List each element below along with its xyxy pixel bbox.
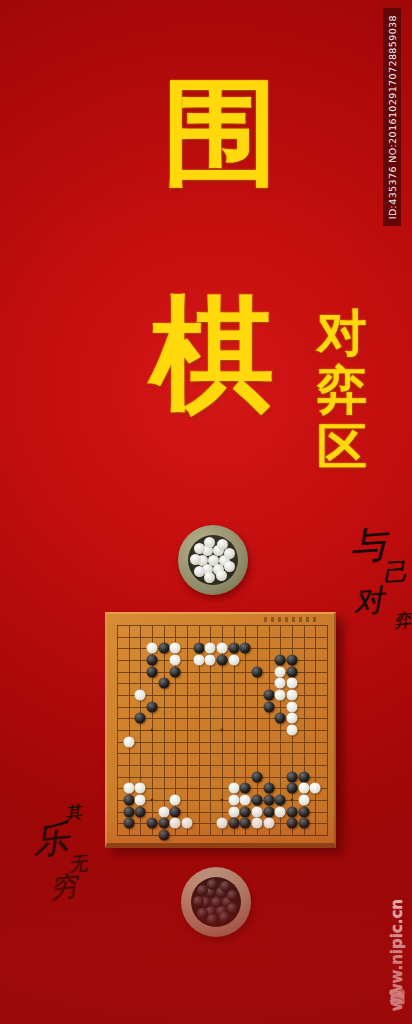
black-bowl-stone — [193, 896, 204, 907]
white-stone[interactable] — [228, 655, 239, 666]
white-stone[interactable] — [170, 643, 181, 654]
go-poster: ID:435376 NO:20161029170728859038 围 棋 对 … — [0, 0, 412, 1024]
black-stone[interactable] — [123, 818, 134, 829]
go-board[interactable] — [105, 612, 336, 848]
site-watermark: 昵享网 www.nipic.cn — [384, 748, 410, 1016]
white-stone[interactable] — [310, 783, 321, 794]
white-bowl-stone — [224, 548, 235, 559]
black-stone[interactable] — [287, 666, 298, 677]
black-stone[interactable] — [263, 795, 274, 806]
black-bowl-stone — [219, 912, 230, 923]
black-bowl-stone — [227, 903, 238, 914]
black-stone[interactable] — [275, 713, 286, 724]
black-stone[interactable] — [287, 771, 298, 782]
white-stone[interactable] — [275, 678, 286, 689]
white-stone[interactable] — [228, 795, 239, 806]
black-stone[interactable] — [158, 818, 169, 829]
star-point — [291, 799, 294, 802]
title-char-qi: 棋 — [150, 292, 274, 416]
white-bowl-stone — [194, 566, 205, 577]
white-stone[interactable] — [275, 690, 286, 701]
black-stone[interactable] — [147, 818, 158, 829]
star-point — [151, 799, 154, 802]
black-stone[interactable] — [252, 795, 263, 806]
bowl-well-white-stones — [188, 535, 238, 585]
black-stone[interactable] — [263, 701, 274, 712]
black-stone[interactable] — [287, 818, 298, 829]
black-stone[interactable] — [252, 771, 263, 782]
black-stone[interactable] — [287, 806, 298, 817]
calligraphy-char: 穷 — [49, 873, 79, 901]
black-stone[interactable] — [240, 818, 251, 829]
white-stone[interactable] — [217, 818, 228, 829]
white-stone[interactable] — [123, 783, 134, 794]
id-watermark-strip: ID:435376 NO:20161029170728859038 — [383, 8, 401, 226]
white-stone[interactable] — [135, 795, 146, 806]
black-stone[interactable] — [158, 830, 169, 841]
white-stone[interactable] — [228, 783, 239, 794]
white-bowl-stone — [194, 543, 205, 554]
title-char-wei: 围 — [162, 74, 278, 190]
white-stone[interactable] — [287, 701, 298, 712]
black-stone[interactable] — [147, 666, 158, 677]
white-stone[interactable] — [193, 655, 204, 666]
black-stone[interactable] — [298, 818, 309, 829]
black-stone[interactable] — [263, 783, 274, 794]
black-stone[interactable] — [298, 806, 309, 817]
black-stone[interactable] — [252, 666, 263, 677]
black-stone[interactable] — [263, 690, 274, 701]
black-stone[interactable] — [217, 655, 228, 666]
white-stone[interactable] — [298, 783, 309, 794]
white-bowl-stone — [224, 561, 235, 572]
star-point — [221, 729, 224, 732]
white-stone[interactable] — [252, 806, 263, 817]
black-stone[interactable] — [287, 655, 298, 666]
subtitle-char-qu: 区 — [317, 422, 367, 473]
calligraphy-char: 弈 — [393, 612, 411, 629]
white-stone[interactable] — [123, 736, 134, 747]
black-stone[interactable] — [135, 806, 146, 817]
white-stone[interactable] — [158, 806, 169, 817]
white-bowl-stone — [216, 570, 227, 581]
black-stone[interactable] — [275, 655, 286, 666]
subtitle-char-dui: 对 — [317, 308, 367, 359]
black-stone[interactable] — [123, 795, 134, 806]
calligraphy-char: 己 — [382, 560, 409, 585]
white-stone[interactable] — [287, 690, 298, 701]
white-stone[interactable] — [275, 666, 286, 677]
white-stone-bowl[interactable] — [178, 525, 248, 595]
white-stone[interactable] — [170, 795, 181, 806]
black-stone[interactable] — [263, 806, 274, 817]
white-stone[interactable] — [287, 678, 298, 689]
white-bowl-stone — [204, 572, 215, 583]
black-stone-bowl[interactable] — [181, 867, 251, 937]
white-stone[interactable] — [147, 643, 158, 654]
id-watermark-text: ID:435376 NO:20161029170728859038 — [387, 15, 398, 219]
black-stone[interactable] — [158, 643, 169, 654]
calligraphy-char: 对 — [353, 586, 385, 617]
white-stone[interactable] — [217, 643, 228, 654]
white-stone[interactable] — [205, 643, 216, 654]
white-stone[interactable] — [182, 818, 193, 829]
white-bowl-stone — [190, 554, 201, 565]
white-stone[interactable] — [228, 806, 239, 817]
black-stone[interactable] — [147, 655, 158, 666]
site-watermark-text: 昵享网 www.nipic.cn — [388, 899, 407, 1016]
black-bowl-stone — [197, 908, 208, 919]
black-stone[interactable] — [240, 806, 251, 817]
black-stone[interactable] — [170, 806, 181, 817]
white-stone[interactable] — [275, 806, 286, 817]
black-stone[interactable] — [170, 666, 181, 677]
white-stone[interactable] — [170, 655, 181, 666]
black-stone[interactable] — [147, 701, 158, 712]
white-stone[interactable] — [287, 725, 298, 736]
black-stone[interactable] — [275, 795, 286, 806]
black-stone[interactable] — [287, 783, 298, 794]
calligraphy-right: 与 己 对 弈 — [348, 526, 411, 632]
black-stone[interactable] — [240, 783, 251, 794]
star-point — [151, 729, 154, 732]
star-point — [221, 799, 224, 802]
white-stone[interactable] — [240, 795, 251, 806]
white-stone[interactable] — [252, 818, 263, 829]
go-grid[interactable] — [117, 625, 328, 836]
black-bowl-stone — [207, 914, 218, 925]
black-stone[interactable] — [135, 713, 146, 724]
white-stone[interactable] — [170, 818, 181, 829]
black-bowl-stone — [197, 885, 208, 896]
white-stone[interactable] — [263, 818, 274, 829]
black-stone[interactable] — [298, 771, 309, 782]
black-stone[interactable] — [240, 643, 251, 654]
white-stone[interactable] — [135, 690, 146, 701]
calligraphy-char: 其 — [64, 804, 83, 822]
bowl-well-black-stones — [191, 877, 241, 927]
black-stone[interactable] — [158, 678, 169, 689]
black-stone[interactable] — [123, 806, 134, 817]
black-stone[interactable] — [193, 643, 204, 654]
black-stone[interactable] — [228, 818, 239, 829]
board-corner-marking — [264, 617, 316, 622]
subtitle-char-yi: 弈 — [317, 365, 367, 416]
white-stone[interactable] — [287, 713, 298, 724]
black-stone[interactable] — [228, 643, 239, 654]
calligraphy-left: 其 乐 无 穷 — [29, 804, 91, 903]
white-stone[interactable] — [135, 783, 146, 794]
calligraphy-char: 乐 — [31, 821, 70, 859]
white-stone[interactable] — [298, 795, 309, 806]
white-stone[interactable] — [205, 655, 216, 666]
subtitle-vertical: 对 弈 区 — [312, 308, 372, 473]
black-bowl-stone — [227, 890, 238, 901]
